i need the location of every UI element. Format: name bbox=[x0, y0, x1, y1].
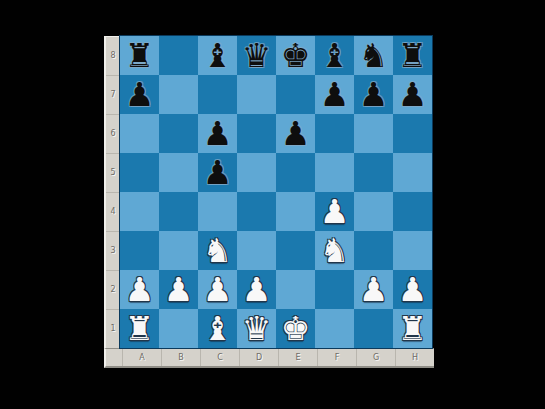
square-a8[interactable]: ♜ bbox=[120, 36, 159, 75]
file-label-d: D bbox=[239, 349, 278, 366]
square-g8[interactable]: ♞ bbox=[354, 36, 393, 75]
square-c5[interactable]: ♟ bbox=[198, 153, 237, 192]
white-rook[interactable]: ♜ bbox=[393, 309, 432, 348]
square-a5[interactable] bbox=[120, 153, 159, 192]
file-label-h: H bbox=[395, 349, 434, 366]
rank-label-6: 6 bbox=[106, 115, 120, 154]
square-b4[interactable] bbox=[159, 192, 198, 231]
file-label-a: A bbox=[122, 349, 161, 366]
rank-label-3: 3 bbox=[106, 232, 120, 271]
black-rook[interactable]: ♜ bbox=[393, 36, 432, 75]
square-f1[interactable] bbox=[315, 309, 354, 348]
chess-board-panel: 87654321 ♜♝♛♚♝♞♜♟♟♟♟♟♟♟♟♞♞♟♟♟♟♟♟♜♝♛♚♜ AB… bbox=[104, 36, 434, 368]
square-d4[interactable] bbox=[237, 192, 276, 231]
file-label-b: B bbox=[161, 349, 200, 366]
white-knight[interactable]: ♞ bbox=[315, 231, 354, 270]
square-d1[interactable]: ♛ bbox=[237, 309, 276, 348]
square-b5[interactable] bbox=[159, 153, 198, 192]
square-g4[interactable] bbox=[354, 192, 393, 231]
square-e6[interactable]: ♟ bbox=[276, 114, 315, 153]
square-a3[interactable] bbox=[120, 231, 159, 270]
rank-ruler: 87654321 bbox=[104, 36, 120, 348]
square-f5[interactable] bbox=[315, 153, 354, 192]
white-pawn[interactable]: ♟ bbox=[354, 270, 393, 309]
rank-label-5: 5 bbox=[106, 154, 120, 193]
square-e4[interactable] bbox=[276, 192, 315, 231]
square-e3[interactable] bbox=[276, 231, 315, 270]
square-g7[interactable]: ♟ bbox=[354, 75, 393, 114]
ruler-corner bbox=[106, 349, 122, 366]
square-h5[interactable] bbox=[393, 153, 432, 192]
black-pawn[interactable]: ♟ bbox=[198, 153, 237, 192]
square-f8[interactable]: ♝ bbox=[315, 36, 354, 75]
square-g3[interactable] bbox=[354, 231, 393, 270]
square-b7[interactable] bbox=[159, 75, 198, 114]
square-b6[interactable] bbox=[159, 114, 198, 153]
black-pawn[interactable]: ♟ bbox=[393, 75, 432, 114]
white-pawn[interactable]: ♟ bbox=[393, 270, 432, 309]
rank-label-4: 4 bbox=[106, 193, 120, 232]
square-h3[interactable] bbox=[393, 231, 432, 270]
file-label-c: C bbox=[200, 349, 239, 366]
square-d5[interactable] bbox=[237, 153, 276, 192]
square-b2[interactable]: ♟ bbox=[159, 270, 198, 309]
square-d7[interactable] bbox=[237, 75, 276, 114]
square-e7[interactable] bbox=[276, 75, 315, 114]
square-h6[interactable] bbox=[393, 114, 432, 153]
square-e2[interactable] bbox=[276, 270, 315, 309]
square-c3[interactable]: ♞ bbox=[198, 231, 237, 270]
square-f2[interactable] bbox=[315, 270, 354, 309]
black-pawn[interactable]: ♟ bbox=[120, 75, 159, 114]
square-h7[interactable]: ♟ bbox=[393, 75, 432, 114]
square-a6[interactable] bbox=[120, 114, 159, 153]
white-king[interactable]: ♚ bbox=[276, 309, 315, 348]
rank-label-2: 2 bbox=[106, 271, 120, 310]
square-c8[interactable]: ♝ bbox=[198, 36, 237, 75]
square-c6[interactable]: ♟ bbox=[198, 114, 237, 153]
square-b3[interactable] bbox=[159, 231, 198, 270]
square-a7[interactable]: ♟ bbox=[120, 75, 159, 114]
square-g1[interactable] bbox=[354, 309, 393, 348]
video-frame-background: 87654321 ♜♝♛♚♝♞♜♟♟♟♟♟♟♟♟♞♞♟♟♟♟♟♟♜♝♛♚♜ AB… bbox=[0, 0, 545, 409]
square-c2[interactable]: ♟ bbox=[198, 270, 237, 309]
rank-label-7: 7 bbox=[106, 76, 120, 115]
white-knight[interactable]: ♞ bbox=[198, 231, 237, 270]
white-pawn[interactable]: ♟ bbox=[120, 270, 159, 309]
square-f3[interactable]: ♞ bbox=[315, 231, 354, 270]
square-f7[interactable]: ♟ bbox=[315, 75, 354, 114]
square-h4[interactable] bbox=[393, 192, 432, 231]
square-c1[interactable]: ♝ bbox=[198, 309, 237, 348]
chess-board: ♜♝♛♚♝♞♜♟♟♟♟♟♟♟♟♞♞♟♟♟♟♟♟♜♝♛♚♜ bbox=[120, 36, 432, 348]
square-a4[interactable] bbox=[120, 192, 159, 231]
square-d3[interactable] bbox=[237, 231, 276, 270]
square-f6[interactable] bbox=[315, 114, 354, 153]
square-d8[interactable]: ♛ bbox=[237, 36, 276, 75]
square-e5[interactable] bbox=[276, 153, 315, 192]
black-knight[interactable]: ♞ bbox=[354, 36, 393, 75]
black-pawn[interactable]: ♟ bbox=[198, 114, 237, 153]
black-pawn[interactable]: ♟ bbox=[315, 75, 354, 114]
white-pawn[interactable]: ♟ bbox=[237, 270, 276, 309]
black-queen[interactable]: ♛ bbox=[237, 36, 276, 75]
square-g6[interactable] bbox=[354, 114, 393, 153]
file-ruler: ABCDEFGH bbox=[104, 348, 434, 368]
rank-label-1: 1 bbox=[106, 310, 120, 348]
square-b8[interactable] bbox=[159, 36, 198, 75]
file-label-e: E bbox=[278, 349, 317, 366]
black-pawn[interactable]: ♟ bbox=[276, 114, 315, 153]
square-g5[interactable] bbox=[354, 153, 393, 192]
square-a2[interactable]: ♟ bbox=[120, 270, 159, 309]
white-pawn[interactable]: ♟ bbox=[159, 270, 198, 309]
square-e1[interactable]: ♚ bbox=[276, 309, 315, 348]
black-bishop[interactable]: ♝ bbox=[198, 36, 237, 75]
white-bishop[interactable]: ♝ bbox=[198, 309, 237, 348]
square-h2[interactable]: ♟ bbox=[393, 270, 432, 309]
square-c4[interactable] bbox=[198, 192, 237, 231]
rank-label-8: 8 bbox=[106, 37, 120, 76]
file-label-g: G bbox=[356, 349, 395, 366]
square-h8[interactable]: ♜ bbox=[393, 36, 432, 75]
square-h1[interactable]: ♜ bbox=[393, 309, 432, 348]
square-g2[interactable]: ♟ bbox=[354, 270, 393, 309]
black-king[interactable]: ♚ bbox=[276, 36, 315, 75]
square-f4[interactable]: ♟ bbox=[315, 192, 354, 231]
square-d2[interactable]: ♟ bbox=[237, 270, 276, 309]
square-e8[interactable]: ♚ bbox=[276, 36, 315, 75]
black-bishop[interactable]: ♝ bbox=[315, 36, 354, 75]
black-pawn[interactable]: ♟ bbox=[354, 75, 393, 114]
white-queen[interactable]: ♛ bbox=[237, 309, 276, 348]
black-rook[interactable]: ♜ bbox=[120, 36, 159, 75]
square-a1[interactable]: ♜ bbox=[120, 309, 159, 348]
square-b1[interactable] bbox=[159, 309, 198, 348]
white-rook[interactable]: ♜ bbox=[120, 309, 159, 348]
file-label-f: F bbox=[317, 349, 356, 366]
white-pawn[interactable]: ♟ bbox=[315, 192, 354, 231]
square-d6[interactable] bbox=[237, 114, 276, 153]
white-pawn[interactable]: ♟ bbox=[198, 270, 237, 309]
square-c7[interactable] bbox=[198, 75, 237, 114]
